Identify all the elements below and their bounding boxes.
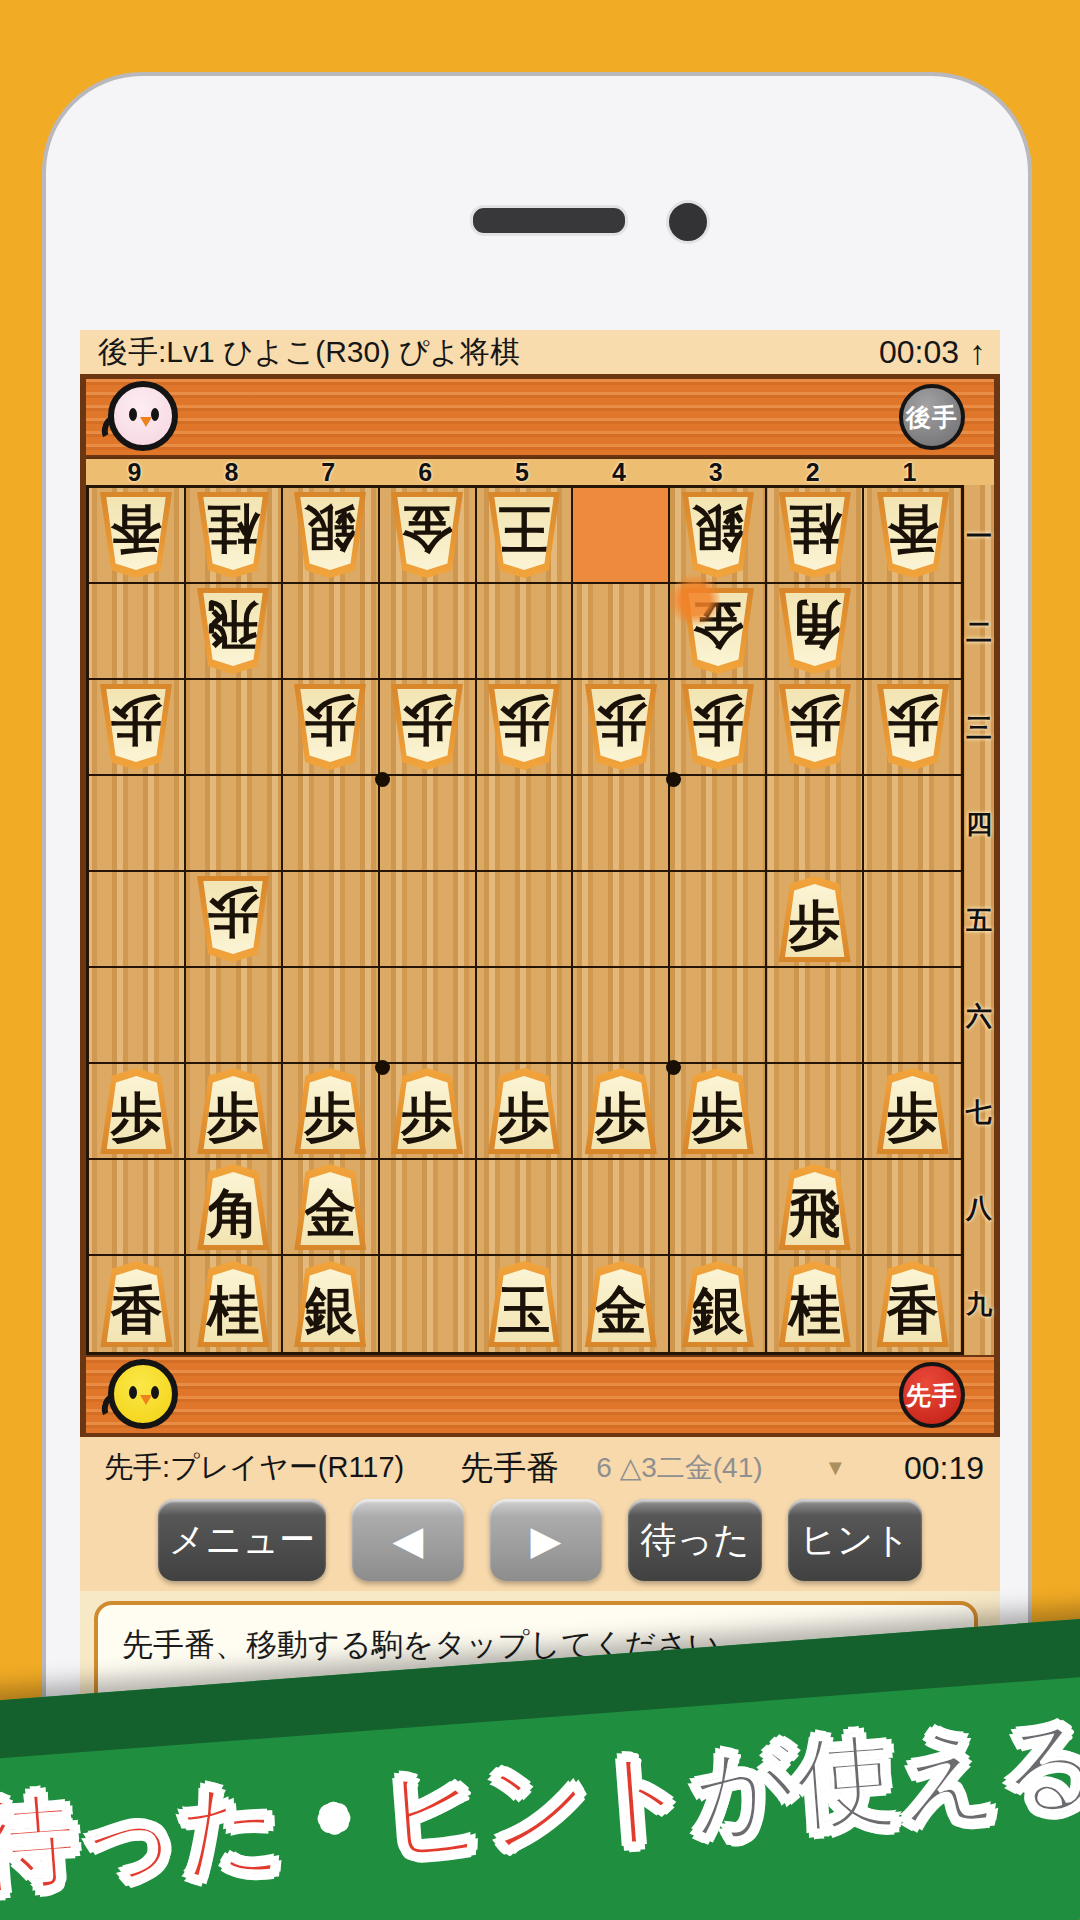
piece-kanji: 銀 bbox=[692, 1276, 744, 1336]
piece-kanji: 銀 bbox=[304, 1276, 356, 1336]
piece-kanji: 桂 bbox=[789, 1276, 841, 1336]
piece-face: 銀 bbox=[297, 497, 363, 570]
piece-kanji: 歩 bbox=[887, 1083, 939, 1143]
piece-kanji: 香 bbox=[110, 1276, 162, 1336]
file-label: 2 bbox=[764, 459, 861, 485]
menu-button[interactable]: メニュー bbox=[158, 1499, 326, 1581]
board-square-59[interactable]: 玉 bbox=[477, 1256, 574, 1352]
board-square-81[interactable]: 桂 bbox=[186, 488, 283, 584]
dropdown-arrow-icon[interactable]: ▼ bbox=[825, 1455, 847, 1481]
board-square-26[interactable] bbox=[767, 968, 864, 1064]
piece-face: 王 bbox=[491, 497, 557, 570]
board-square-99[interactable]: 香 bbox=[89, 1256, 186, 1352]
rank-label: 九 bbox=[964, 1256, 994, 1352]
shogi-piece-sente-99[interactable]: 香 bbox=[96, 1261, 176, 1347]
shogi-piece-sente-17[interactable]: 歩 bbox=[873, 1068, 953, 1154]
shogi-piece-gote-63[interactable]: 歩 bbox=[387, 684, 467, 770]
shogi-piece-sente-28[interactable]: 飛 bbox=[775, 1164, 855, 1250]
piece-kanji: 銀 bbox=[304, 504, 356, 564]
piece-face: 香 bbox=[880, 1269, 946, 1342]
piece-kanji: 歩 bbox=[401, 1083, 453, 1143]
board-square-46[interactable] bbox=[573, 968, 670, 1064]
top-info-bar: 後手:Lv1 ひよこ(R30) ぴよ将棋 00:03 ↑ bbox=[80, 330, 1000, 374]
board-square-19[interactable]: 香 bbox=[864, 1256, 961, 1352]
piece-kanji: 飛 bbox=[789, 1179, 841, 1239]
piece-kanji: 歩 bbox=[401, 696, 453, 756]
shogi-piece-sente-97[interactable]: 歩 bbox=[96, 1068, 176, 1154]
gote-clock-time: 00:03 bbox=[879, 334, 959, 371]
piece-kanji: 角 bbox=[207, 1179, 259, 1239]
piece-kanji: 飛 bbox=[207, 600, 259, 660]
board-square-28[interactable]: 飛 bbox=[767, 1160, 864, 1256]
piece-face: 歩 bbox=[588, 689, 654, 762]
board-square-14[interactable] bbox=[864, 776, 961, 872]
board-square-37[interactable]: 歩 bbox=[670, 1064, 767, 1160]
board-square-16[interactable] bbox=[864, 968, 961, 1064]
board-square-13[interactable]: 歩 bbox=[864, 680, 961, 776]
board-square-47[interactable]: 歩 bbox=[573, 1064, 670, 1160]
piece-kanji: 歩 bbox=[110, 1083, 162, 1143]
piece-kanji: 歩 bbox=[789, 696, 841, 756]
shogi-piece-sente-87[interactable]: 歩 bbox=[193, 1068, 273, 1154]
board-square-61[interactable]: 金 bbox=[380, 488, 477, 584]
piece-face: 香 bbox=[103, 497, 169, 570]
piece-kanji: 香 bbox=[110, 504, 162, 564]
board-square-76[interactable] bbox=[283, 968, 380, 1064]
piece-face: 角 bbox=[782, 593, 848, 666]
sente-avatar bbox=[108, 1359, 178, 1429]
star-point bbox=[375, 1060, 390, 1075]
board-square-78[interactable]: 金 bbox=[283, 1160, 380, 1256]
board-square-97[interactable]: 歩 bbox=[89, 1064, 186, 1160]
shogi-piece-sente-67[interactable]: 歩 bbox=[387, 1068, 467, 1154]
board-square-22[interactable]: 角 bbox=[767, 584, 864, 680]
piece-face: 歩 bbox=[685, 1076, 751, 1149]
rank-label: 七 bbox=[964, 1064, 994, 1160]
piece-face: 歩 bbox=[394, 1076, 460, 1149]
gote-clock: 00:03 ↑ bbox=[879, 333, 986, 372]
piece-kanji: 歩 bbox=[789, 891, 841, 951]
piece-kanji: 玉 bbox=[498, 1276, 550, 1336]
piece-face: 桂 bbox=[782, 1269, 848, 1342]
shogi-piece-gote-53[interactable]: 歩 bbox=[484, 684, 564, 770]
piece-face: 銀 bbox=[297, 1269, 363, 1342]
file-labels: 987654321 bbox=[86, 457, 994, 485]
piece-kanji: 桂 bbox=[207, 504, 259, 564]
piece-kanji: 金 bbox=[401, 504, 453, 564]
piece-face: 桂 bbox=[200, 1269, 266, 1342]
board-square-36[interactable] bbox=[670, 968, 767, 1064]
shogi-piece-gote-31[interactable]: 銀 bbox=[678, 492, 758, 578]
file-label: 8 bbox=[183, 459, 280, 485]
speaker-grille-icon bbox=[470, 205, 628, 236]
shogi-piece-sente-77[interactable]: 歩 bbox=[290, 1068, 370, 1154]
board-square-55[interactable] bbox=[477, 872, 574, 968]
piece-face: 玉 bbox=[491, 1269, 557, 1342]
board-square-62[interactable] bbox=[380, 584, 477, 680]
shogi-piece-sente-88[interactable]: 角 bbox=[193, 1164, 273, 1250]
board-square-69[interactable] bbox=[380, 1256, 477, 1352]
board-square-58[interactable] bbox=[477, 1160, 574, 1256]
board-square-56[interactable] bbox=[477, 968, 574, 1064]
shogi-piece-gote-33[interactable]: 歩 bbox=[678, 684, 758, 770]
board-square-12[interactable] bbox=[864, 584, 961, 680]
last-move-text: 6 △3二金(41) bbox=[596, 1449, 762, 1487]
board-square-21[interactable]: 桂 bbox=[767, 488, 864, 584]
piece-kanji: 歩 bbox=[207, 1083, 259, 1143]
rank-label: 八 bbox=[964, 1160, 994, 1256]
board-square-49[interactable]: 金 bbox=[573, 1256, 670, 1352]
board-square-17[interactable]: 歩 bbox=[864, 1064, 961, 1160]
board-square-18[interactable] bbox=[864, 1160, 961, 1256]
rank-label: 三 bbox=[964, 680, 994, 776]
rank-label: 六 bbox=[964, 968, 994, 1064]
board-square-84[interactable] bbox=[186, 776, 283, 872]
board-square-94[interactable] bbox=[89, 776, 186, 872]
shogi-board[interactable]: 香桂銀金王銀桂香飛金角歩歩歩歩歩歩歩歩歩歩歩歩歩歩歩歩歩歩角金飛香桂銀玉金銀桂香 bbox=[86, 485, 964, 1355]
board-square-32[interactable]: 金 bbox=[670, 584, 767, 680]
piece-kanji: 歩 bbox=[595, 1083, 647, 1143]
shogi-piece-gote-11[interactable]: 香 bbox=[873, 492, 953, 578]
star-point bbox=[666, 1060, 681, 1075]
banner-segment: ・ bbox=[279, 1759, 388, 1878]
board-square-73[interactable]: 歩 bbox=[283, 680, 380, 776]
piece-kanji: 香 bbox=[887, 1276, 939, 1336]
chick-tail-icon bbox=[99, 413, 127, 446]
board-square-75[interactable] bbox=[283, 872, 380, 968]
piece-kanji: 歩 bbox=[498, 1083, 550, 1143]
board-square-57[interactable]: 歩 bbox=[477, 1064, 574, 1160]
board-square-51[interactable]: 王 bbox=[477, 488, 574, 584]
board-square-74[interactable] bbox=[283, 776, 380, 872]
chick-beak-icon bbox=[140, 1395, 152, 1405]
piece-kanji: 金 bbox=[304, 1179, 356, 1239]
control-buttons: メニュー ◀ ▶ 待った ヒント bbox=[80, 1499, 1000, 1591]
piece-face: 歩 bbox=[782, 689, 848, 762]
gote-piece-stand: 後手 bbox=[86, 379, 994, 455]
shogi-piece-gote-23[interactable]: 歩 bbox=[775, 684, 855, 770]
board-square-64[interactable] bbox=[380, 776, 477, 872]
board-square-66[interactable] bbox=[380, 968, 477, 1064]
shogi-piece-sente-29[interactable]: 桂 bbox=[775, 1261, 855, 1347]
piece-face: 歩 bbox=[588, 1076, 654, 1149]
board-square-98[interactable] bbox=[89, 1160, 186, 1256]
piece-face: 香 bbox=[103, 1269, 169, 1342]
rank-label: 四 bbox=[964, 776, 994, 872]
shogi-piece-gote-21[interactable]: 桂 bbox=[775, 492, 855, 578]
board-square-77[interactable]: 歩 bbox=[283, 1064, 380, 1160]
shogi-piece-sente-57[interactable]: 歩 bbox=[484, 1068, 564, 1154]
shogi-piece-gote-43[interactable]: 歩 bbox=[581, 684, 661, 770]
piece-kanji: 金 bbox=[595, 1276, 647, 1336]
piece-face: 歩 bbox=[394, 689, 460, 762]
piece-kanji: 歩 bbox=[887, 696, 939, 756]
piece-kanji: 桂 bbox=[207, 1276, 259, 1336]
sente-badge: 先手 bbox=[899, 1362, 965, 1428]
star-point bbox=[666, 772, 681, 787]
chick-eye-icon bbox=[151, 1386, 159, 1399]
rank-label: 二 bbox=[964, 584, 994, 680]
board-square-53[interactable]: 歩 bbox=[477, 680, 574, 776]
piece-face: 歩 bbox=[880, 1076, 946, 1149]
piece-kanji: 歩 bbox=[207, 888, 259, 948]
board-square-65[interactable] bbox=[380, 872, 477, 968]
shogi-piece-gote-82[interactable]: 飛 bbox=[193, 588, 273, 674]
board-square-39[interactable]: 銀 bbox=[670, 1256, 767, 1352]
board-square-95[interactable] bbox=[89, 872, 186, 968]
piece-kanji: 歩 bbox=[595, 696, 647, 756]
board-square-91[interactable]: 香 bbox=[89, 488, 186, 584]
file-label: 9 bbox=[86, 459, 183, 485]
chick-tail-icon bbox=[99, 1391, 127, 1424]
shogi-piece-sente-49[interactable]: 金 bbox=[581, 1261, 661, 1347]
piece-face: 歩 bbox=[103, 1076, 169, 1149]
board-square-79[interactable]: 銀 bbox=[283, 1256, 380, 1352]
board-square-67[interactable]: 歩 bbox=[380, 1064, 477, 1160]
up-arrow-icon[interactable]: ↑ bbox=[969, 333, 986, 372]
board-square-52[interactable] bbox=[477, 584, 574, 680]
board-zone: 香桂銀金王銀桂香飛金角歩歩歩歩歩歩歩歩歩歩歩歩歩歩歩歩歩歩角金飛香桂銀玉金銀桂香… bbox=[86, 485, 994, 1355]
piece-face: 歩 bbox=[297, 1076, 363, 1149]
piece-kanji: 歩 bbox=[304, 1083, 356, 1143]
shogi-piece-sente-37[interactable]: 歩 bbox=[678, 1068, 758, 1154]
shogi-piece-gote-93[interactable]: 歩 bbox=[96, 684, 176, 770]
file-label: 5 bbox=[474, 459, 571, 485]
piece-kanji: 香 bbox=[887, 504, 939, 564]
piece-face: 飛 bbox=[782, 1172, 848, 1245]
piece-kanji: 歩 bbox=[692, 696, 744, 756]
board-square-82[interactable]: 飛 bbox=[186, 584, 283, 680]
board-square-11[interactable]: 香 bbox=[864, 488, 961, 584]
piece-face: 飛 bbox=[200, 593, 266, 666]
shogi-piece-gote-91[interactable]: 香 bbox=[96, 492, 176, 578]
banner-segment: が使える bbox=[689, 1705, 1080, 1848]
file-label: 1 bbox=[861, 459, 958, 485]
file-label: 6 bbox=[377, 459, 474, 485]
piece-kanji: 歩 bbox=[498, 696, 550, 756]
piece-face: 金 bbox=[297, 1172, 363, 1245]
chick-eye-icon bbox=[129, 408, 137, 421]
shogi-piece-gote-22[interactable]: 角 bbox=[775, 588, 855, 674]
piece-kanji: 歩 bbox=[692, 1083, 744, 1143]
last-move-marker bbox=[670, 572, 720, 628]
board-square-44[interactable] bbox=[573, 776, 670, 872]
shogi-piece-sente-25[interactable]: 歩 bbox=[775, 876, 855, 962]
gote-badge: 後手 bbox=[899, 384, 965, 450]
chick-eye-icon bbox=[151, 408, 159, 421]
piece-face: 桂 bbox=[782, 497, 848, 570]
shogi-piece-sente-19[interactable]: 香 bbox=[873, 1261, 953, 1347]
piece-face: 桂 bbox=[200, 497, 266, 570]
next-move-button[interactable]: ▶ bbox=[490, 1499, 602, 1581]
board-square-88[interactable]: 角 bbox=[186, 1160, 283, 1256]
piece-face: 歩 bbox=[880, 689, 946, 762]
piece-kanji: 歩 bbox=[304, 696, 356, 756]
chick-eye-icon bbox=[129, 1386, 137, 1399]
board-square-33[interactable]: 歩 bbox=[670, 680, 767, 776]
board-square-63[interactable]: 歩 bbox=[380, 680, 477, 776]
piece-face: 歩 bbox=[200, 881, 266, 954]
board-square-89[interactable]: 桂 bbox=[186, 1256, 283, 1352]
piece-face: 歩 bbox=[200, 1076, 266, 1149]
shogi-piece-sente-78[interactable]: 金 bbox=[290, 1164, 370, 1250]
prev-move-button[interactable]: ◀ bbox=[352, 1499, 464, 1581]
piece-face: 歩 bbox=[297, 689, 363, 762]
piece-face: 角 bbox=[200, 1172, 266, 1245]
app-background: 後手:Lv1 ひよこ(R30) ぴよ将棋 00:03 ↑ 後手 98765432… bbox=[0, 0, 1080, 1920]
shogi-piece-gote-51[interactable]: 王 bbox=[484, 492, 564, 578]
shogi-piece-gote-71[interactable]: 銀 bbox=[290, 492, 370, 578]
board-square-27[interactable] bbox=[767, 1064, 864, 1160]
piece-face: 香 bbox=[880, 497, 946, 570]
gote-avatar bbox=[108, 381, 178, 451]
board-square-25[interactable]: 歩 bbox=[767, 872, 864, 968]
shogi-piece-sente-79[interactable]: 銀 bbox=[290, 1261, 370, 1347]
board-square-42[interactable] bbox=[573, 584, 670, 680]
board-square-68[interactable] bbox=[380, 1160, 477, 1256]
shogi-board-panel: 後手 987654321 香桂銀金王銀桂香飛金角歩歩歩歩歩歩歩歩歩歩歩歩歩歩歩歩… bbox=[80, 374, 1000, 1437]
board-square-35[interactable] bbox=[670, 872, 767, 968]
camera-icon bbox=[666, 200, 710, 244]
turn-indicator: 先手番 bbox=[460, 1446, 559, 1491]
shogi-piece-gote-61[interactable]: 金 bbox=[387, 492, 467, 578]
board-square-72[interactable] bbox=[283, 584, 380, 680]
gote-player-label: 後手:Lv1 ひよこ(R30) ぴよ将棋 bbox=[98, 332, 520, 373]
piece-face: 歩 bbox=[491, 1076, 557, 1149]
rank-labels: 一二三四五六七八九 bbox=[964, 488, 994, 1352]
undo-button[interactable]: 待った bbox=[628, 1499, 762, 1581]
file-label: 4 bbox=[570, 459, 667, 485]
sente-piece-stand: 先手 bbox=[86, 1357, 994, 1433]
file-label: 3 bbox=[667, 459, 764, 485]
hint-button[interactable]: ヒント bbox=[788, 1499, 922, 1581]
board-square-34[interactable] bbox=[670, 776, 767, 872]
shogi-piece-sente-89[interactable]: 桂 bbox=[193, 1261, 273, 1347]
board-square-31[interactable]: 銀 bbox=[670, 488, 767, 584]
piece-face: 歩 bbox=[103, 689, 169, 762]
sente-clock: 00:19 bbox=[904, 1450, 984, 1487]
piece-face: 金 bbox=[394, 497, 460, 570]
board-square-41[interactable] bbox=[573, 488, 670, 584]
rank-label: 一 bbox=[964, 488, 994, 584]
piece-face: 歩 bbox=[782, 884, 848, 957]
piece-kanji: 王 bbox=[498, 504, 550, 564]
banner-segment: 待った bbox=[0, 1766, 287, 1901]
board-square-54[interactable] bbox=[477, 776, 574, 872]
piece-face: 金 bbox=[588, 1269, 654, 1342]
board-square-87[interactable]: 歩 bbox=[186, 1064, 283, 1160]
sente-player-label: 先手:プレイヤー(R117) bbox=[104, 1448, 404, 1488]
board-square-92[interactable] bbox=[89, 584, 186, 680]
board-square-93[interactable]: 歩 bbox=[89, 680, 186, 776]
shogi-piece-gote-85[interactable]: 歩 bbox=[193, 876, 273, 962]
board-square-29[interactable]: 桂 bbox=[767, 1256, 864, 1352]
shogi-piece-sente-47[interactable]: 歩 bbox=[581, 1068, 661, 1154]
shogi-piece-sente-39[interactable]: 銀 bbox=[678, 1261, 758, 1347]
status-bar: 先手:プレイヤー(R117) 先手番 6 △3二金(41) ▼ 00:19 bbox=[80, 1437, 1000, 1499]
file-label: 7 bbox=[280, 459, 377, 485]
piece-face: 銀 bbox=[685, 1269, 751, 1342]
piece-kanji: 銀 bbox=[692, 504, 744, 564]
board-square-23[interactable]: 歩 bbox=[767, 680, 864, 776]
board-square-15[interactable] bbox=[864, 872, 961, 968]
piece-kanji: 角 bbox=[789, 600, 841, 660]
board-square-85[interactable]: 歩 bbox=[186, 872, 283, 968]
board-square-96[interactable] bbox=[89, 968, 186, 1064]
board-square-83[interactable] bbox=[186, 680, 283, 776]
board-square-48[interactable] bbox=[573, 1160, 670, 1256]
board-square-24[interactable] bbox=[767, 776, 864, 872]
piece-kanji: 歩 bbox=[110, 696, 162, 756]
star-point bbox=[375, 772, 390, 787]
shogi-piece-gote-81[interactable]: 桂 bbox=[193, 492, 273, 578]
board-square-71[interactable]: 銀 bbox=[283, 488, 380, 584]
shogi-piece-sente-59[interactable]: 玉 bbox=[484, 1261, 564, 1347]
piece-face: 銀 bbox=[685, 497, 751, 570]
piece-face: 歩 bbox=[491, 689, 557, 762]
shogi-piece-gote-73[interactable]: 歩 bbox=[290, 684, 370, 770]
piece-kanji: 桂 bbox=[789, 504, 841, 564]
shogi-piece-gote-13[interactable]: 歩 bbox=[873, 684, 953, 770]
board-square-45[interactable] bbox=[573, 872, 670, 968]
rank-label: 五 bbox=[964, 872, 994, 968]
chick-beak-icon bbox=[140, 417, 152, 427]
banner-segment: ヒント bbox=[380, 1736, 698, 1871]
board-square-86[interactable] bbox=[186, 968, 283, 1064]
board-square-38[interactable] bbox=[670, 1160, 767, 1256]
piece-face: 歩 bbox=[685, 689, 751, 762]
board-square-43[interactable]: 歩 bbox=[573, 680, 670, 776]
